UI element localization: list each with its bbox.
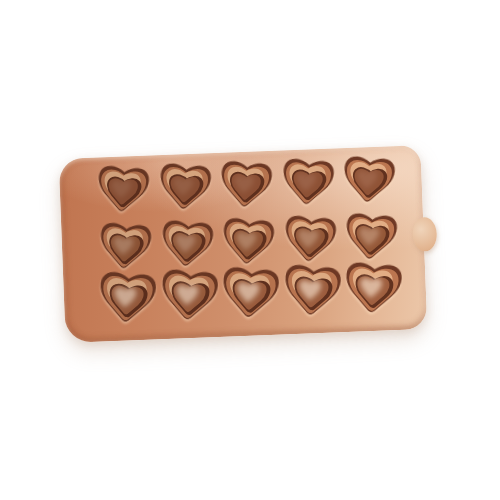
recess-shine: [232, 175, 256, 197]
chocolate-mold: [59, 145, 428, 343]
recess-shine: [234, 232, 258, 254]
recess-shine: [171, 177, 195, 199]
mold-hanging-tab: [412, 217, 437, 252]
recess-shine: [173, 284, 199, 308]
product-photo-canvas: [0, 0, 500, 500]
recess-shine: [293, 172, 317, 194]
recess-shine: [358, 277, 384, 301]
recess-shine: [355, 170, 379, 192]
recess-shine: [357, 227, 381, 249]
recess-shine: [111, 236, 135, 258]
recess-shine: [112, 287, 138, 311]
cavity-grid: [59, 145, 421, 159]
recess-shine: [296, 280, 322, 304]
recess-shine: [296, 229, 320, 251]
recess-shine: [173, 234, 197, 256]
recess-shine: [235, 282, 261, 306]
recess-shine: [109, 179, 133, 201]
